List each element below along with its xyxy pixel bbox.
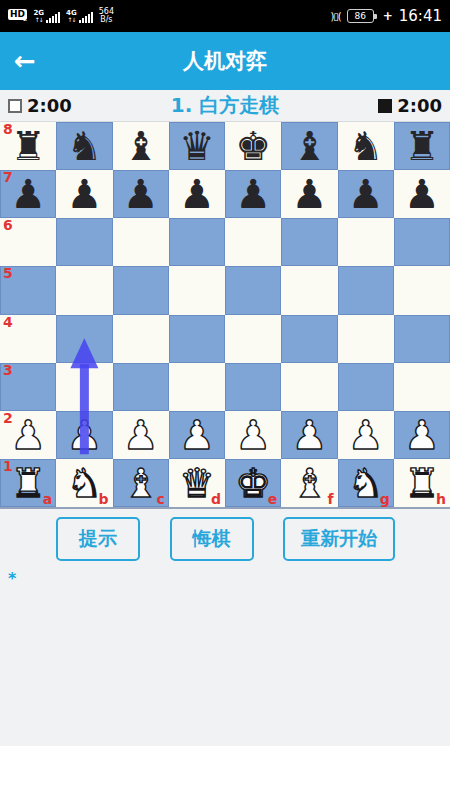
- sim2-traffic-arrows-icon: ↑↓: [67, 17, 75, 23]
- black-pawn-piece: ♟: [123, 174, 159, 214]
- square-d1[interactable]: d♛: [169, 459, 225, 507]
- white-clock: 2:00: [8, 95, 72, 116]
- square-e7[interactable]: ♟: [225, 170, 281, 218]
- network-speed-unit: B/s: [100, 16, 112, 24]
- square-d7[interactable]: ♟: [169, 170, 225, 218]
- white-pawn-piece: ♟: [66, 415, 102, 455]
- square-c3[interactable]: [113, 363, 169, 411]
- square-g8[interactable]: ♞: [338, 122, 394, 170]
- charging-icon: +: [383, 9, 393, 23]
- black-clock-time: 2:00: [397, 95, 442, 116]
- square-b3[interactable]: [56, 363, 112, 411]
- black-pawn-piece: ♟: [291, 174, 327, 214]
- sim1-signal-bars-icon: [46, 12, 60, 23]
- clock-time: 16:41: [399, 7, 442, 25]
- white-pawn-piece: ♟: [123, 415, 159, 455]
- rank-label-4: 4: [3, 315, 13, 330]
- file-label-e: e: [268, 492, 278, 507]
- network-speed: 564 B/s: [99, 8, 114, 24]
- square-h7[interactable]: ♟: [394, 170, 450, 218]
- white-rook-piece: ♜: [404, 463, 440, 503]
- white-knight-piece: ♞: [66, 463, 102, 503]
- square-b2[interactable]: ♟: [56, 411, 112, 459]
- square-d6[interactable]: [169, 218, 225, 266]
- sim1-signal-icon: 2G ↑↓: [33, 10, 60, 23]
- square-b1[interactable]: b♞: [56, 459, 112, 507]
- bottom-spacer: [0, 746, 450, 800]
- square-d2[interactable]: ♟: [169, 411, 225, 459]
- square-c5[interactable]: [113, 266, 169, 314]
- sim2-signal-icon: 4G ↑↓: [66, 10, 93, 23]
- square-c7[interactable]: ♟: [113, 170, 169, 218]
- square-a5[interactable]: 5: [0, 266, 56, 314]
- square-b7[interactable]: ♟: [56, 170, 112, 218]
- square-c8[interactable]: ♝: [113, 122, 169, 170]
- square-a4[interactable]: 4: [0, 315, 56, 363]
- white-pawn-piece: ♟: [235, 415, 271, 455]
- square-g4[interactable]: [338, 315, 394, 363]
- back-button[interactable]: ←: [14, 48, 54, 74]
- square-f7[interactable]: ♟: [281, 170, 337, 218]
- square-b5[interactable]: [56, 266, 112, 314]
- square-b6[interactable]: [56, 218, 112, 266]
- square-e2[interactable]: ♟: [225, 411, 281, 459]
- file-label-h: h: [436, 492, 446, 507]
- rank-label-7: 7: [3, 170, 13, 185]
- square-e1[interactable]: e♚: [225, 459, 281, 507]
- black-knight-piece: ♞: [66, 126, 102, 166]
- white-queen-piece: ♛: [179, 463, 215, 503]
- rank-label-2: 2: [3, 411, 13, 426]
- square-d8[interactable]: ♛: [169, 122, 225, 170]
- white-pawn-piece: ♟: [404, 415, 440, 455]
- square-c4[interactable]: [113, 315, 169, 363]
- square-d3[interactable]: [169, 363, 225, 411]
- rank-label-8: 8: [3, 122, 13, 137]
- square-c1[interactable]: c♝: [113, 459, 169, 507]
- square-d4[interactable]: [169, 315, 225, 363]
- black-rook-piece: ♜: [10, 126, 46, 166]
- restart-button[interactable]: 重新开始: [283, 517, 395, 561]
- square-a7[interactable]: 7♟: [0, 170, 56, 218]
- square-h5[interactable]: [394, 266, 450, 314]
- white-side-checkbox[interactable]: [8, 99, 22, 113]
- rank-label-1: 1: [3, 459, 13, 474]
- square-e5[interactable]: [225, 266, 281, 314]
- chess-board: 8♜♞♝♛♚♝♞♜7♟♟♟♟♟♟♟♟65432♟♟♟♟♟♟♟♟1a♜b♞c♝d♛…: [0, 122, 450, 507]
- sim1-traffic-arrows-icon: ↑↓: [35, 17, 43, 23]
- square-f6[interactable]: [281, 218, 337, 266]
- black-knight-piece: ♞: [348, 126, 384, 166]
- file-label-b: b: [98, 492, 108, 507]
- square-h6[interactable]: [394, 218, 450, 266]
- turn-indicator: 1. 白方走棋: [72, 92, 378, 119]
- square-g7[interactable]: ♟: [338, 170, 394, 218]
- square-h2[interactable]: ♟: [394, 411, 450, 459]
- black-pawn-piece: ♟: [179, 174, 215, 214]
- black-side-checkbox[interactable]: [378, 99, 392, 113]
- square-f4[interactable]: [281, 315, 337, 363]
- app-header: ← 人机对弈: [0, 32, 450, 90]
- status-right: )▯( 86 + 16:41: [330, 7, 442, 25]
- square-f8[interactable]: ♝: [281, 122, 337, 170]
- square-g3[interactable]: [338, 363, 394, 411]
- white-pawn-piece: ♟: [179, 415, 215, 455]
- file-label-f: f: [327, 492, 333, 507]
- square-f5[interactable]: [281, 266, 337, 314]
- black-pawn-piece: ♟: [66, 174, 102, 214]
- black-pawn-piece: ♟: [10, 174, 46, 214]
- file-label-a: a: [43, 492, 52, 507]
- black-queen-piece: ♛: [179, 126, 215, 166]
- square-e8[interactable]: ♚: [225, 122, 281, 170]
- rank-label-6: 6: [3, 218, 13, 233]
- square-g5[interactable]: [338, 266, 394, 314]
- file-label-d: d: [211, 492, 221, 507]
- white-bishop-piece: ♝: [291, 463, 327, 503]
- lower-panel: 提示 悔棋 重新开始 *: [0, 509, 450, 746]
- undo-move-button[interactable]: 悔棋: [170, 517, 254, 561]
- square-c2[interactable]: ♟: [113, 411, 169, 459]
- black-bishop-piece: ♝: [123, 126, 159, 166]
- square-h8[interactable]: ♜: [394, 122, 450, 170]
- square-f1[interactable]: f♝: [281, 459, 337, 507]
- white-pawn-piece: ♟: [291, 415, 327, 455]
- square-g2[interactable]: ♟: [338, 411, 394, 459]
- square-h1[interactable]: h♜: [394, 459, 450, 507]
- square-a2[interactable]: 2♟: [0, 411, 56, 459]
- square-g6[interactable]: [338, 218, 394, 266]
- status-left: HD 2 2G ↑↓ 4G ↑↓ 564 B/s: [8, 8, 114, 24]
- app-screen: HD 2 2G ↑↓ 4G ↑↓ 564 B/s: [0, 0, 450, 800]
- black-bishop-piece: ♝: [291, 126, 327, 166]
- battery-icon: 86: [347, 9, 374, 23]
- square-b4[interactable]: [56, 315, 112, 363]
- sim2-signal-bars-icon: [79, 12, 93, 23]
- white-pawn-piece: ♟: [348, 415, 384, 455]
- square-a6[interactable]: 6: [0, 218, 56, 266]
- page-title: 人机对弈: [0, 47, 450, 75]
- square-a8[interactable]: 8♜: [0, 122, 56, 170]
- black-pawn-piece: ♟: [235, 174, 271, 214]
- square-h4[interactable]: [394, 315, 450, 363]
- game-status-bar: 2:00 1. 白方走棋 2:00: [0, 90, 450, 121]
- square-a1[interactable]: 1a♜: [0, 459, 56, 507]
- white-knight-piece: ♞: [348, 463, 384, 503]
- white-bishop-piece: ♝: [123, 463, 159, 503]
- black-rook-piece: ♜: [404, 126, 440, 166]
- square-g1[interactable]: g♞: [338, 459, 394, 507]
- white-rook-piece: ♜: [10, 463, 46, 503]
- white-clock-time: 2:00: [27, 95, 72, 116]
- square-e3[interactable]: [225, 363, 281, 411]
- status-bar: HD 2 2G ↑↓ 4G ↑↓ 564 B/s: [0, 0, 450, 32]
- black-king-piece: ♚: [235, 126, 271, 166]
- file-label-c: c: [156, 492, 164, 507]
- square-d5[interactable]: [169, 266, 225, 314]
- vibrate-icon: )▯(: [330, 11, 340, 22]
- black-pawn-piece: ♟: [348, 174, 384, 214]
- chess-board-container: 8♜♞♝♛♚♝♞♜7♟♟♟♟♟♟♟♟65432♟♟♟♟♟♟♟♟1a♜b♞c♝d♛…: [0, 121, 450, 509]
- square-e4[interactable]: [225, 315, 281, 363]
- white-pawn-piece: ♟: [10, 415, 46, 455]
- square-e6[interactable]: [225, 218, 281, 266]
- white-king-piece: ♚: [235, 463, 271, 503]
- file-label-g: g: [380, 492, 390, 507]
- hint-button[interactable]: 提示: [56, 517, 140, 561]
- battery-percent: 86: [354, 11, 365, 21]
- square-c6[interactable]: [113, 218, 169, 266]
- black-pawn-piece: ♟: [404, 174, 440, 214]
- footnote-asterisk: *: [8, 569, 450, 588]
- rank-label-5: 5: [3, 266, 13, 281]
- square-f2[interactable]: ♟: [281, 411, 337, 459]
- rank-label-3: 3: [3, 363, 13, 378]
- square-a3[interactable]: 3: [0, 363, 56, 411]
- action-buttons: 提示 悔棋 重新开始: [56, 517, 395, 561]
- square-b8[interactable]: ♞: [56, 122, 112, 170]
- black-clock: 2:00: [378, 95, 442, 116]
- square-f3[interactable]: [281, 363, 337, 411]
- hd-sub-label: 2: [23, 15, 27, 23]
- square-h3[interactable]: [394, 363, 450, 411]
